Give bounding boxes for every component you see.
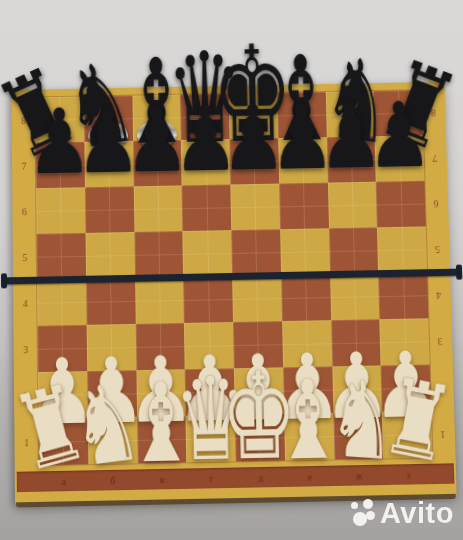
hinge-cap-right [456, 265, 462, 280]
hinge-cap-left [1, 273, 7, 288]
pieces-layer: ♜♞♝♛♚♝♞♜♟♟♟♟♟♟♟♟♟♟♟♟♟♟♟♟♜♞♝♛♚♝♞♜ [11, 82, 456, 505]
avito-watermark-text: Avito [380, 497, 454, 530]
piece-black-pawn-h7[interactable]: ♟ [365, 91, 433, 182]
avito-watermark: Avito [350, 489, 462, 537]
chess-board: 87654321 87654321 абвгдежз ♜♞♝♛♚♝♞♜♟♟♟♟♟… [11, 82, 456, 505]
avito-logo-icon [350, 499, 376, 527]
